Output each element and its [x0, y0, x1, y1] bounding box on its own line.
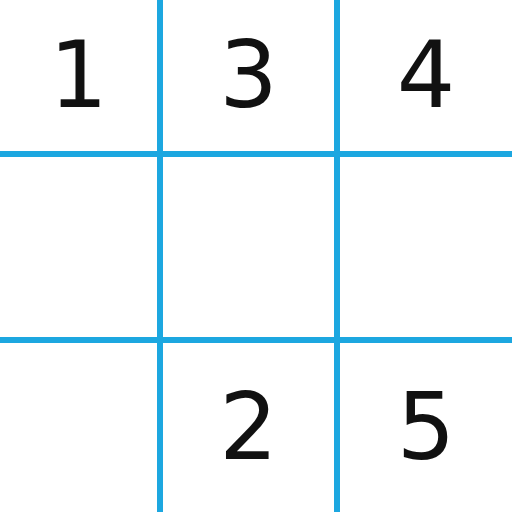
- cell-r2c0[interactable]: [0, 343, 157, 512]
- cell-r0c2[interactable]: 4: [340, 0, 512, 151]
- cell-r2c1[interactable]: 2: [163, 343, 334, 512]
- cell-r1c1[interactable]: [163, 157, 334, 337]
- cell-r2c2[interactable]: 5: [340, 343, 512, 512]
- cell-r1c0[interactable]: [0, 157, 157, 337]
- cell-r0c1[interactable]: 3: [163, 0, 334, 151]
- cell-r0c0[interactable]: 1: [0, 0, 157, 151]
- cell-r1c2[interactable]: [340, 157, 512, 337]
- puzzle-board: 1 3 4 2 5: [0, 0, 512, 512]
